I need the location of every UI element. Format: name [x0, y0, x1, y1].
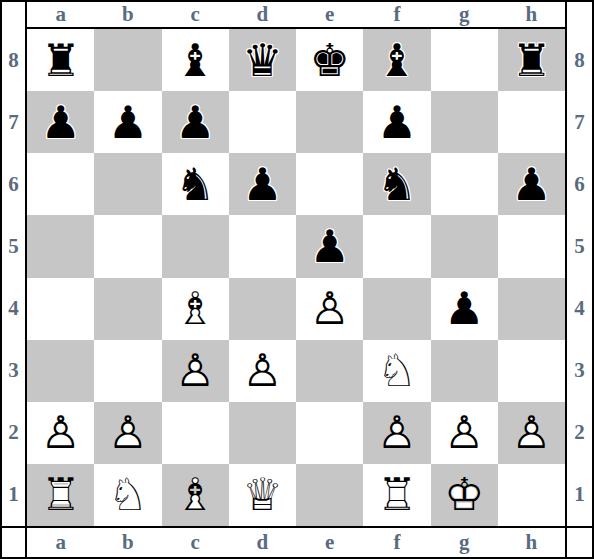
rank-label-7-right: 7 — [565, 91, 592, 153]
square-a2[interactable]: ♟♙ — [27, 402, 94, 464]
black-bishop[interactable]: ♝ — [363, 29, 430, 91]
square-e5[interactable]: ♟ — [296, 215, 363, 277]
white-rook[interactable]: ♜♖ — [27, 464, 94, 526]
corner-bottom-right — [565, 526, 592, 557]
corner-bottom-left — [2, 526, 27, 557]
square-h8[interactable]: ♜ — [498, 29, 565, 91]
square-h5[interactable] — [498, 215, 565, 277]
square-c7[interactable]: ♟ — [162, 91, 229, 153]
square-g8[interactable] — [431, 29, 498, 91]
rank-label-1-left: 1 — [2, 464, 27, 526]
square-c3[interactable]: ♟♙ — [162, 340, 229, 402]
square-f6[interactable]: ♞ — [363, 153, 430, 215]
square-h1[interactable] — [498, 464, 565, 526]
black-pawn[interactable]: ♟ — [229, 153, 296, 215]
black-pawn-icon: ♟ — [40, 100, 80, 145]
black-pawn-icon: ♟ — [444, 286, 484, 331]
square-d4[interactable] — [229, 278, 296, 340]
square-d6[interactable]: ♟ — [229, 153, 296, 215]
square-b4[interactable] — [94, 278, 161, 340]
square-b2[interactable]: ♟♙ — [94, 402, 161, 464]
white-rook[interactable]: ♜♖ — [363, 464, 430, 526]
white-king[interactable]: ♚♔ — [431, 464, 498, 526]
square-a3[interactable] — [27, 340, 94, 402]
black-pawn[interactable]: ♟ — [296, 215, 363, 277]
corner-top-left — [2, 2, 27, 29]
square-g1[interactable]: ♚♔ — [431, 464, 498, 526]
black-pawn[interactable]: ♟ — [363, 91, 430, 153]
rank-label-6-right: 6 — [565, 153, 592, 215]
white-pawn-icon: ♙ — [444, 410, 484, 455]
square-d1[interactable]: ♛♕ — [229, 464, 296, 526]
rank-label-5-left: 5 — [2, 215, 27, 277]
black-pawn[interactable]: ♟ — [431, 278, 498, 340]
black-pawn[interactable]: ♟ — [162, 91, 229, 153]
square-d8[interactable]: ♛ — [229, 29, 296, 91]
square-f2[interactable]: ♟♙ — [363, 402, 430, 464]
black-bishop-icon: ♝ — [377, 38, 417, 83]
rank-label-4-right: 4 — [565, 278, 592, 340]
white-pawn[interactable]: ♟♙ — [296, 278, 363, 340]
white-pawn-icon: ♙ — [309, 286, 349, 331]
square-a8[interactable]: ♜ — [27, 29, 94, 91]
black-bishop[interactable]: ♝ — [162, 29, 229, 91]
white-knight-icon: ♘ — [377, 348, 417, 393]
square-h4[interactable] — [498, 278, 565, 340]
black-knight-icon: ♞ — [175, 162, 215, 207]
rank-label-5-right: 5 — [565, 215, 592, 277]
file-label-a-top: a — [27, 2, 94, 29]
white-bishop-icon: ♗ — [175, 472, 215, 517]
white-queen[interactable]: ♛♕ — [229, 464, 296, 526]
black-pawn-icon: ♟ — [175, 100, 215, 145]
black-pawn[interactable]: ♟ — [94, 91, 161, 153]
black-queen-icon: ♛ — [242, 38, 282, 83]
white-bishop[interactable]: ♝♗ — [162, 464, 229, 526]
black-pawn[interactable]: ♟ — [498, 153, 565, 215]
square-e8[interactable]: ♚ — [296, 29, 363, 91]
square-d7[interactable] — [229, 91, 296, 153]
chessboard-frame: abcdefgh8♜♝♛♚♝♜87♟♟♟♟76♞♟♞♟65♟54♝♗♟♙♟43♟… — [0, 0, 594, 559]
black-rook[interactable]: ♜ — [498, 29, 565, 91]
square-a1[interactable]: ♜♖ — [27, 464, 94, 526]
white-king-icon: ♔ — [444, 472, 484, 517]
square-f5[interactable] — [363, 215, 430, 277]
black-knight[interactable]: ♞ — [162, 153, 229, 215]
white-knight[interactable]: ♞♘ — [94, 464, 161, 526]
square-a7[interactable]: ♟ — [27, 91, 94, 153]
file-label-d-top: d — [229, 2, 296, 29]
black-pawn-icon: ♟ — [377, 100, 417, 145]
square-f7[interactable]: ♟ — [363, 91, 430, 153]
file-label-h-bottom: h — [498, 526, 565, 557]
black-knight-icon: ♞ — [377, 162, 417, 207]
file-label-a-bottom: a — [27, 526, 94, 557]
black-knight[interactable]: ♞ — [363, 153, 430, 215]
rank-label-2-left: 2 — [2, 402, 27, 464]
square-c6[interactable]: ♞ — [162, 153, 229, 215]
rank-label-4-left: 4 — [2, 278, 27, 340]
square-e4[interactable]: ♟♙ — [296, 278, 363, 340]
white-pawn-icon: ♙ — [242, 348, 282, 393]
white-pawn[interactable]: ♟♙ — [162, 340, 229, 402]
square-e1[interactable] — [296, 464, 363, 526]
black-pawn-icon: ♟ — [511, 162, 551, 207]
rank-label-3-left: 3 — [2, 340, 27, 402]
rank-label-1-right: 1 — [565, 464, 592, 526]
square-a5[interactable] — [27, 215, 94, 277]
white-pawn[interactable]: ♟♙ — [94, 402, 161, 464]
square-b6[interactable] — [94, 153, 161, 215]
square-h2[interactable]: ♟♙ — [498, 402, 565, 464]
square-g2[interactable]: ♟♙ — [431, 402, 498, 464]
square-d5[interactable] — [229, 215, 296, 277]
square-e6[interactable] — [296, 153, 363, 215]
rank-label-6-left: 6 — [2, 153, 27, 215]
square-e2[interactable] — [296, 402, 363, 464]
square-b1[interactable]: ♞♘ — [94, 464, 161, 526]
rank-label-2-right: 2 — [565, 402, 592, 464]
black-bishop-icon: ♝ — [175, 38, 215, 83]
square-f3[interactable]: ♞♘ — [363, 340, 430, 402]
black-rook-icon: ♜ — [511, 38, 551, 83]
file-label-c-bottom: c — [162, 526, 229, 557]
white-knight-icon: ♘ — [108, 472, 148, 517]
square-c8[interactable]: ♝ — [162, 29, 229, 91]
black-pawn-icon: ♟ — [242, 162, 282, 207]
black-pawn-icon: ♟ — [309, 224, 349, 269]
square-c2[interactable] — [162, 402, 229, 464]
file-label-c-top: c — [162, 2, 229, 29]
file-label-e-top: e — [296, 2, 363, 29]
white-pawn[interactable]: ♟♙ — [363, 402, 430, 464]
white-queen-icon: ♕ — [242, 472, 282, 517]
white-pawn-icon: ♙ — [108, 410, 148, 455]
square-e7[interactable] — [296, 91, 363, 153]
square-c5[interactable] — [162, 215, 229, 277]
white-rook-icon: ♖ — [377, 472, 417, 517]
square-f4[interactable] — [363, 278, 430, 340]
square-b7[interactable]: ♟ — [94, 91, 161, 153]
black-pawn-icon: ♟ — [108, 100, 148, 145]
white-pawn[interactable]: ♟♙ — [431, 402, 498, 464]
file-label-g-top: g — [431, 2, 498, 29]
square-b8[interactable] — [94, 29, 161, 91]
black-rook[interactable]: ♜ — [27, 29, 94, 91]
square-g6[interactable] — [431, 153, 498, 215]
square-b3[interactable] — [94, 340, 161, 402]
square-g3[interactable] — [431, 340, 498, 402]
square-g5[interactable] — [431, 215, 498, 277]
file-label-e-bottom: e — [296, 526, 363, 557]
square-a6[interactable] — [27, 153, 94, 215]
white-pawn[interactable]: ♟♙ — [498, 402, 565, 464]
square-d3[interactable]: ♟♙ — [229, 340, 296, 402]
white-pawn-icon: ♙ — [377, 410, 417, 455]
white-pawn[interactable]: ♟♙ — [229, 340, 296, 402]
file-label-f-top: f — [363, 2, 430, 29]
square-f8[interactable]: ♝ — [363, 29, 430, 91]
rank-label-3-right: 3 — [565, 340, 592, 402]
square-h7[interactable] — [498, 91, 565, 153]
square-e3[interactable] — [296, 340, 363, 402]
square-f1[interactable]: ♜♖ — [363, 464, 430, 526]
rank-label-8-left: 8 — [2, 29, 27, 91]
square-b5[interactable] — [94, 215, 161, 277]
white-pawn-icon: ♙ — [511, 410, 551, 455]
square-g7[interactable] — [431, 91, 498, 153]
square-a4[interactable] — [27, 278, 94, 340]
square-d2[interactable] — [229, 402, 296, 464]
file-label-f-bottom: f — [363, 526, 430, 557]
file-label-d-bottom: d — [229, 526, 296, 557]
white-pawn[interactable]: ♟♙ — [27, 402, 94, 464]
black-king[interactable]: ♚ — [296, 29, 363, 91]
black-king-icon: ♚ — [309, 38, 349, 83]
file-label-g-bottom: g — [431, 526, 498, 557]
white-pawn-icon: ♙ — [175, 348, 215, 393]
square-h6[interactable]: ♟ — [498, 153, 565, 215]
white-bishop[interactable]: ♝♗ — [162, 278, 229, 340]
black-rook-icon: ♜ — [40, 38, 80, 83]
black-queen[interactable]: ♛ — [229, 29, 296, 91]
corner-top-right — [565, 2, 592, 29]
file-label-b-bottom: b — [94, 526, 161, 557]
file-label-b-top: b — [94, 2, 161, 29]
square-c4[interactable]: ♝♗ — [162, 278, 229, 340]
square-h3[interactable] — [498, 340, 565, 402]
square-c1[interactable]: ♝♗ — [162, 464, 229, 526]
white-bishop-icon: ♗ — [175, 286, 215, 331]
file-label-h-top: h — [498, 2, 565, 29]
white-knight[interactable]: ♞♘ — [363, 340, 430, 402]
rank-label-7-left: 7 — [2, 91, 27, 153]
rank-label-8-right: 8 — [565, 29, 592, 91]
black-pawn[interactable]: ♟ — [27, 91, 94, 153]
square-g4[interactable]: ♟ — [431, 278, 498, 340]
white-rook-icon: ♖ — [40, 472, 80, 517]
white-pawn-icon: ♙ — [40, 410, 80, 455]
